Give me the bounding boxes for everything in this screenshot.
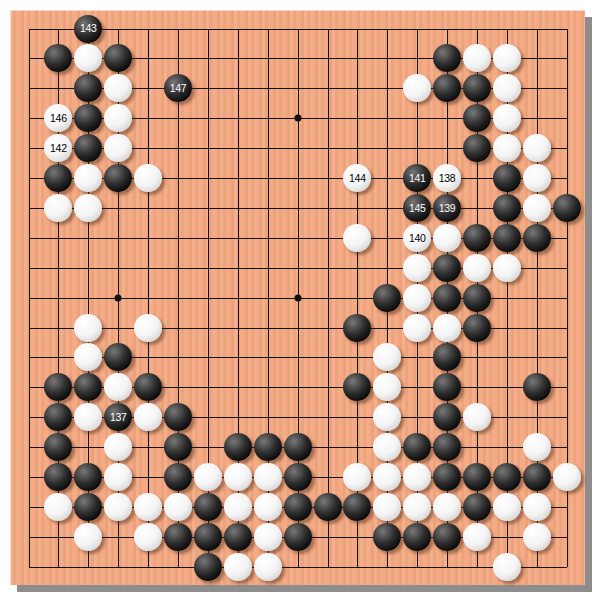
white-stone[interactable] <box>373 493 401 521</box>
white-stone[interactable] <box>134 403 162 431</box>
white-stone[interactable] <box>134 164 162 192</box>
white-stone[interactable] <box>224 463 252 491</box>
black-stone[interactable] <box>523 373 551 401</box>
black-stone[interactable] <box>104 164 132 192</box>
white-stone[interactable] <box>134 493 162 521</box>
white-stone[interactable] <box>493 254 521 282</box>
move-number-label: 142 <box>50 143 67 154</box>
white-stone[interactable] <box>403 254 431 282</box>
black-stone[interactable] <box>523 463 551 491</box>
white-stone[interactable] <box>44 194 72 222</box>
white-stone[interactable] <box>134 523 162 551</box>
black-stone[interactable] <box>463 493 491 521</box>
black-stone[interactable] <box>493 194 521 222</box>
black-stone[interactable] <box>433 254 461 282</box>
white-stone[interactable] <box>493 553 521 581</box>
white-stone[interactable]: 138 <box>433 164 461 192</box>
move-number-label: 137 <box>110 412 127 423</box>
white-stone[interactable] <box>433 314 461 342</box>
move-number-label: 146 <box>50 113 67 124</box>
black-stone[interactable] <box>164 433 192 461</box>
grid-line-vertical <box>328 29 329 567</box>
white-stone[interactable]: 142 <box>44 134 72 162</box>
white-stone[interactable] <box>343 463 371 491</box>
black-stone[interactable] <box>314 493 342 521</box>
white-stone[interactable] <box>104 493 132 521</box>
white-stone[interactable] <box>523 194 551 222</box>
black-stone[interactable]: 141 <box>403 164 431 192</box>
white-stone[interactable] <box>463 254 491 282</box>
move-number-label: 141 <box>409 173 426 184</box>
black-stone[interactable] <box>493 463 521 491</box>
white-stone[interactable] <box>493 44 521 72</box>
black-stone[interactable] <box>433 523 461 551</box>
white-stone[interactable]: 144 <box>343 164 371 192</box>
move-number-label: 143 <box>80 23 97 34</box>
black-stone[interactable] <box>463 224 491 252</box>
white-stone[interactable] <box>463 44 491 72</box>
black-stone[interactable] <box>44 403 72 431</box>
white-stone[interactable] <box>403 493 431 521</box>
white-stone[interactable] <box>74 164 102 192</box>
move-number-label: 145 <box>409 203 426 214</box>
star-point <box>115 294 122 301</box>
white-stone[interactable] <box>523 134 551 162</box>
black-stone[interactable] <box>74 134 102 162</box>
black-stone[interactable] <box>74 74 102 102</box>
black-stone[interactable] <box>373 523 401 551</box>
move-number-label: 140 <box>409 233 426 244</box>
black-stone[interactable] <box>284 433 312 461</box>
white-stone[interactable] <box>523 523 551 551</box>
black-stone[interactable] <box>373 284 401 312</box>
black-stone[interactable] <box>523 224 551 252</box>
black-stone[interactable] <box>463 284 491 312</box>
black-stone[interactable] <box>433 463 461 491</box>
white-stone[interactable] <box>553 463 581 491</box>
black-stone[interactable] <box>44 463 72 491</box>
white-stone[interactable] <box>254 523 282 551</box>
star-point <box>294 294 301 301</box>
white-stone[interactable] <box>433 493 461 521</box>
black-stone[interactable] <box>433 74 461 102</box>
black-stone[interactable] <box>403 433 431 461</box>
black-stone[interactable] <box>284 463 312 491</box>
white-stone[interactable] <box>224 553 252 581</box>
move-number-label: 147 <box>170 83 187 94</box>
black-stone[interactable] <box>433 433 461 461</box>
black-stone[interactable] <box>493 224 521 252</box>
black-stone[interactable] <box>343 493 371 521</box>
black-stone[interactable] <box>433 343 461 371</box>
white-stone[interactable] <box>403 314 431 342</box>
white-stone[interactable] <box>194 463 222 491</box>
star-point <box>294 115 301 122</box>
white-stone[interactable] <box>74 343 102 371</box>
black-stone[interactable] <box>463 104 491 132</box>
black-stone[interactable] <box>44 44 72 72</box>
white-stone[interactable] <box>44 493 72 521</box>
move-number-label: 144 <box>349 173 366 184</box>
black-stone[interactable] <box>194 523 222 551</box>
white-stone[interactable] <box>104 74 132 102</box>
black-stone[interactable] <box>74 104 102 132</box>
white-stone[interactable] <box>104 463 132 491</box>
black-stone[interactable] <box>44 433 72 461</box>
white-stone[interactable] <box>403 74 431 102</box>
black-stone[interactable] <box>74 373 102 401</box>
black-stone[interactable] <box>284 493 312 521</box>
white-stone[interactable]: 146 <box>44 104 72 132</box>
white-stone[interactable] <box>493 493 521 521</box>
black-stone[interactable] <box>463 314 491 342</box>
white-stone[interactable] <box>74 403 102 431</box>
black-stone[interactable] <box>553 194 581 222</box>
black-stone[interactable] <box>403 523 431 551</box>
white-stone[interactable]: 140 <box>403 224 431 252</box>
white-stone[interactable] <box>403 463 431 491</box>
black-stone[interactable]: 137 <box>104 403 132 431</box>
black-stone[interactable]: 143 <box>74 15 102 43</box>
white-stone[interactable] <box>523 433 551 461</box>
white-stone[interactable] <box>224 493 252 521</box>
black-stone[interactable] <box>433 284 461 312</box>
white-stone[interactable] <box>74 314 102 342</box>
black-stone[interactable] <box>463 74 491 102</box>
move-number-label: 139 <box>439 203 456 214</box>
white-stone[interactable] <box>493 104 521 132</box>
black-stone[interactable] <box>134 373 162 401</box>
black-stone[interactable] <box>463 463 491 491</box>
white-stone[interactable] <box>254 493 282 521</box>
black-stone[interactable] <box>164 523 192 551</box>
white-stone[interactable] <box>463 403 491 431</box>
black-stone[interactable] <box>164 463 192 491</box>
grid-line-horizontal <box>29 567 567 568</box>
black-stone[interactable] <box>74 463 102 491</box>
black-stone[interactable] <box>343 373 371 401</box>
black-stone[interactable] <box>254 433 282 461</box>
black-stone[interactable] <box>433 403 461 431</box>
white-stone[interactable] <box>164 493 192 521</box>
black-stone[interactable] <box>74 493 102 521</box>
black-stone[interactable] <box>343 314 371 342</box>
black-stone[interactable] <box>463 134 491 162</box>
black-stone[interactable] <box>433 373 461 401</box>
black-stone[interactable] <box>164 403 192 431</box>
black-stone[interactable] <box>104 343 132 371</box>
white-stone[interactable] <box>523 493 551 521</box>
white-stone[interactable] <box>463 523 491 551</box>
white-stone[interactable] <box>403 284 431 312</box>
white-stone[interactable] <box>104 373 132 401</box>
black-stone[interactable]: 139 <box>433 194 461 222</box>
black-stone[interactable] <box>433 44 461 72</box>
black-stone[interactable] <box>194 493 222 521</box>
go-board-grid[interactable]: 143147146142144141138145139140137 <box>10 10 585 585</box>
go-app-window: 143147146142144141138145139140137 <box>0 0 600 600</box>
black-stone[interactable]: 145 <box>403 194 431 222</box>
white-stone[interactable] <box>493 134 521 162</box>
white-stone[interactable] <box>254 553 282 581</box>
black-stone[interactable]: 147 <box>164 74 192 102</box>
white-stone[interactable] <box>373 463 401 491</box>
black-stone[interactable] <box>104 44 132 72</box>
white-stone[interactable] <box>523 164 551 192</box>
white-stone[interactable] <box>74 194 102 222</box>
white-stone[interactable] <box>433 224 461 252</box>
black-stone[interactable] <box>194 553 222 581</box>
black-stone[interactable] <box>44 164 72 192</box>
black-stone[interactable] <box>44 373 72 401</box>
white-stone[interactable] <box>373 403 401 431</box>
move-number-label: 138 <box>439 173 456 184</box>
white-stone[interactable] <box>134 314 162 342</box>
white-stone[interactable] <box>493 74 521 102</box>
white-stone[interactable] <box>373 343 401 371</box>
black-stone[interactable] <box>224 523 252 551</box>
black-stone[interactable] <box>224 433 252 461</box>
white-stone[interactable] <box>104 134 132 162</box>
white-stone[interactable] <box>373 373 401 401</box>
white-stone[interactable] <box>104 104 132 132</box>
white-stone[interactable] <box>254 463 282 491</box>
white-stone[interactable] <box>373 433 401 461</box>
white-stone[interactable] <box>343 224 371 252</box>
black-stone[interactable] <box>493 164 521 192</box>
white-stone[interactable] <box>74 44 102 72</box>
black-stone[interactable] <box>284 523 312 551</box>
white-stone[interactable] <box>104 433 132 461</box>
go-board[interactable]: 143147146142144141138145139140137 <box>10 10 585 585</box>
white-stone[interactable] <box>74 523 102 551</box>
